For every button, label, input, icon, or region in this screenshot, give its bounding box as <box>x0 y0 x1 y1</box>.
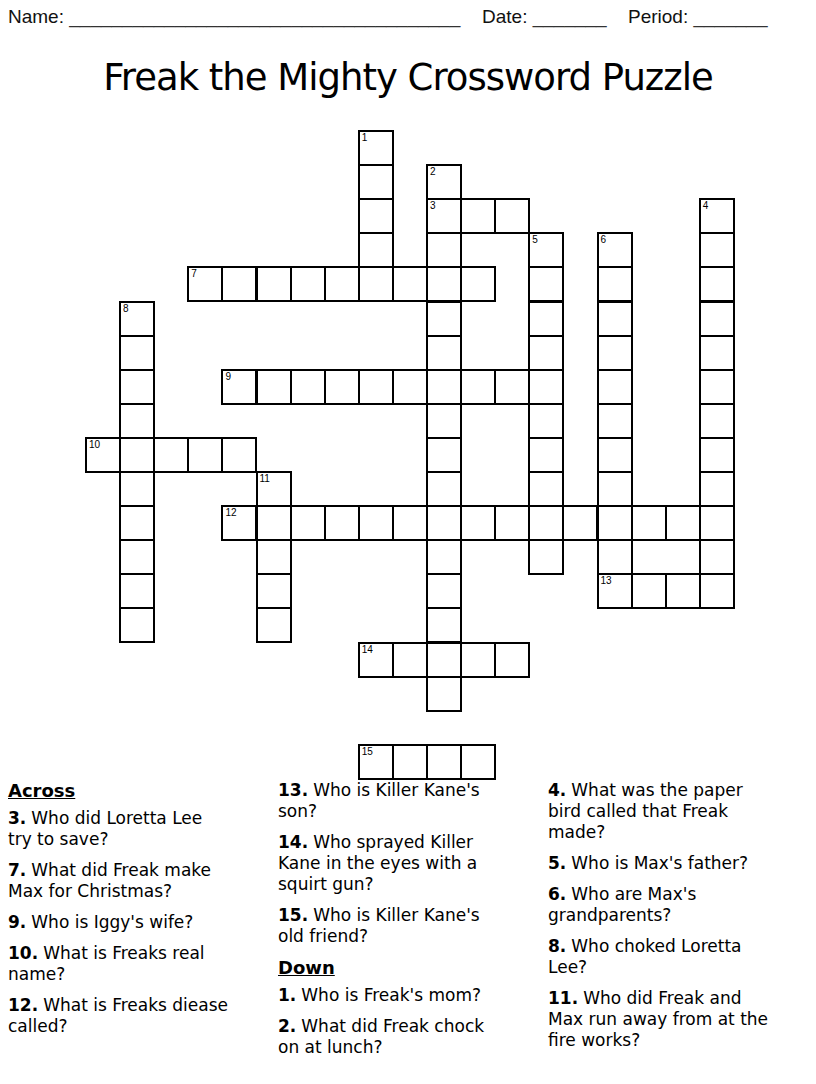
clue-number: 7. <box>8 860 26 880</box>
cell-number: 6 <box>601 234 607 246</box>
grid-cell-r10c5[interactable]: 11 <box>256 471 292 507</box>
clue-number: 9. <box>8 912 26 932</box>
clue-text: What did Freak make Max for Christmas? <box>8 860 211 901</box>
grid-cell-r14c1[interactable] <box>119 607 155 643</box>
cell-number: 15 <box>362 746 373 758</box>
grid-cell-r5c1[interactable]: 8 <box>119 301 155 337</box>
grid-cell-r9c2[interactable] <box>153 437 189 473</box>
grid-cell-r16c10[interactable] <box>426 676 462 712</box>
grid-cell-r4c3[interactable]: 7 <box>187 266 223 302</box>
grid-cell-r3c15[interactable]: 6 <box>597 232 633 268</box>
grid-cell-r7c9[interactable] <box>392 369 428 405</box>
grid-cell-r10c1[interactable] <box>119 471 155 507</box>
grid-cell-r12c15[interactable] <box>597 539 633 575</box>
grid-cell-r11c17[interactable] <box>665 505 701 541</box>
grid-cell-r9c0[interactable]: 10 <box>85 437 121 473</box>
clue-text: Who is Iggy's wife? <box>31 912 193 932</box>
cell-number: 3 <box>430 200 436 212</box>
cell-number: 14 <box>362 644 373 656</box>
clue-number: 3. <box>8 808 26 828</box>
cell-number: 4 <box>703 200 709 212</box>
clue-12: 12.What is Freaks diease called? <box>8 995 268 1037</box>
grid-cell-r2c8[interactable] <box>358 198 394 234</box>
grid-cell-r7c8[interactable] <box>358 369 394 405</box>
grid-cell-r15c9[interactable] <box>392 642 428 678</box>
grid-cell-r6c13[interactable] <box>528 335 564 371</box>
grid-cell-r11c6[interactable] <box>290 505 326 541</box>
clue-6: 6.Who are Max's grandparents? <box>548 884 812 926</box>
grid-cell-r7c15[interactable] <box>597 369 633 405</box>
grid-cell-r11c18[interactable] <box>699 505 735 541</box>
period-field: Period: _______ <box>628 6 767 28</box>
grid-cell-r11c7[interactable] <box>324 505 360 541</box>
grid-cell-r6c15[interactable] <box>597 335 633 371</box>
grid-cell-r3c10[interactable] <box>426 232 462 268</box>
grid-cell-r3c13[interactable]: 5 <box>528 232 564 268</box>
clue-8: 8.Who choked Loretta Lee? <box>548 936 812 978</box>
grid-cell-r5c10[interactable] <box>426 301 462 337</box>
clue-number: 5. <box>548 853 566 873</box>
clue-number: 2. <box>278 1016 296 1036</box>
clue-number: 6. <box>548 884 566 904</box>
cell-number: 7 <box>191 268 197 280</box>
grid-cell-r2c18[interactable]: 4 <box>699 198 735 234</box>
clue-text: Who is Killer Kane's old friend? <box>278 905 480 946</box>
grid-cell-r8c1[interactable] <box>119 403 155 439</box>
grid-cell-r18c10[interactable] <box>426 744 462 780</box>
down-heading: Down <box>278 957 540 978</box>
grid-cell-r8c13[interactable] <box>528 403 564 439</box>
grid-cell-r2c11[interactable] <box>460 198 496 234</box>
grid-cell-r9c4[interactable] <box>221 437 257 473</box>
grid-cell-r14c10[interactable] <box>426 607 462 643</box>
clue-text: Who is Freak's mom? <box>301 985 481 1005</box>
date-blank-line[interactable]: _______ <box>533 6 607 27</box>
name-blank-line[interactable]: _____________________________________ <box>69 6 460 27</box>
grid-cell-r14c5[interactable] <box>256 607 292 643</box>
grid-cell-r13c17[interactable] <box>665 573 701 609</box>
grid-cell-r11c13[interactable] <box>528 505 564 541</box>
clue-number: 12. <box>8 995 38 1015</box>
grid-cell-r4c4[interactable] <box>221 266 257 302</box>
clue-number: 1. <box>278 985 296 1005</box>
grid-cell-r3c18[interactable] <box>699 232 735 268</box>
cell-number: 11 <box>260 473 270 485</box>
grid-cell-r0c8[interactable]: 1 <box>358 130 394 166</box>
grid-cell-r1c10[interactable]: 2 <box>426 164 462 200</box>
grid-cell-r11c1[interactable] <box>119 505 155 541</box>
grid-cell-r18c9[interactable] <box>392 744 428 780</box>
clue-text: Who is Killer Kane's son? <box>278 780 480 821</box>
grid-cell-r7c6[interactable] <box>290 369 326 405</box>
grid-cell-r13c15[interactable]: 13 <box>597 573 633 609</box>
grid-cell-r4c15[interactable] <box>597 266 633 302</box>
grid-cell-r6c1[interactable] <box>119 335 155 371</box>
grid-cell-r5c18[interactable] <box>699 301 735 337</box>
grid-cell-r11c8[interactable] <box>358 505 394 541</box>
cell-number: 10 <box>89 439 100 451</box>
across-heading: Across <box>8 780 268 801</box>
clue-11: 11.Who did Freak and Max run away from a… <box>548 988 812 1051</box>
grid-cell-r18c8[interactable]: 15 <box>358 744 394 780</box>
grid-cell-r11c14[interactable] <box>562 505 598 541</box>
clue-text: Who are Max's grandparents? <box>548 884 696 925</box>
clue-column-1: Across3.Who did Loretta Lee try to save?… <box>8 780 268 1047</box>
grid-cell-r12c5[interactable] <box>256 539 292 575</box>
grid-cell-r7c12[interactable] <box>494 369 530 405</box>
grid-cell-r4c6[interactable] <box>290 266 326 302</box>
grid-cell-r2c10[interactable]: 3 <box>426 198 462 234</box>
clue-4: 4.What was the paper bird called that Fr… <box>548 780 812 843</box>
grid-cell-r4c5[interactable] <box>256 266 292 302</box>
clue-5: 5.Who is Max's father? <box>548 853 812 874</box>
grid-cell-r12c1[interactable] <box>119 539 155 575</box>
grid-cell-r8c15[interactable] <box>597 403 633 439</box>
grid-cell-r4c7[interactable] <box>324 266 360 302</box>
clue-text: What did Freak chock on at lunch? <box>278 1016 484 1057</box>
clue-7: 7.What did Freak make Max for Christmas? <box>8 860 268 902</box>
grid-cell-r11c9[interactable] <box>392 505 428 541</box>
clue-text: Who choked Loretta Lee? <box>548 936 742 977</box>
page-title: Freak the Mighty Crossword Puzzle <box>0 56 816 99</box>
grid-cell-r4c13[interactable] <box>528 266 564 302</box>
grid-cell-r7c18[interactable] <box>699 369 735 405</box>
grid-cell-r11c4[interactable]: 12 <box>221 505 257 541</box>
grid-cell-r4c11[interactable] <box>460 266 496 302</box>
grid-cell-r4c9[interactable] <box>392 266 428 302</box>
cell-number: 5 <box>532 234 538 246</box>
grid-cell-r7c4[interactable]: 9 <box>221 369 257 405</box>
grid-cell-r13c10[interactable] <box>426 573 462 609</box>
grid-cell-r7c11[interactable] <box>460 369 496 405</box>
grid-cell-r10c18[interactable] <box>699 471 735 507</box>
clue-number: 8. <box>548 936 566 956</box>
grid-cell-r11c12[interactable] <box>494 505 530 541</box>
period-blank-line[interactable]: _______ <box>693 6 767 27</box>
grid-cell-r11c15[interactable] <box>597 505 633 541</box>
grid-cell-r6c10[interactable] <box>426 335 462 371</box>
grid-cell-r15c8[interactable]: 14 <box>358 642 394 678</box>
grid-cell-r13c5[interactable] <box>256 573 292 609</box>
date-label: Date: <box>482 6 527 27</box>
grid-cell-r12c13[interactable] <box>528 539 564 575</box>
grid-cell-r7c13[interactable] <box>528 369 564 405</box>
grid-cell-r8c18[interactable] <box>699 403 735 439</box>
grid-cell-r10c15[interactable] <box>597 471 633 507</box>
grid-cell-r11c5[interactable] <box>256 505 292 541</box>
clue-2: 2.What did Freak chock on at lunch? <box>278 1016 540 1058</box>
grid-cell-r7c1[interactable] <box>119 369 155 405</box>
grid-cell-r2c12[interactable] <box>494 198 530 234</box>
grid-cell-r12c18[interactable] <box>699 539 735 575</box>
grid-cell-r12c10[interactable] <box>426 539 462 575</box>
clue-3: 3.Who did Loretta Lee try to save? <box>8 808 268 850</box>
cell-number: 9 <box>225 371 231 383</box>
grid-cell-r1c8[interactable] <box>358 164 394 200</box>
clue-15: 15.Who is Killer Kane's old friend? <box>278 905 540 947</box>
grid-cell-r11c11[interactable] <box>460 505 496 541</box>
clue-14: 14.Who sprayed Killer Kane in the eyes w… <box>278 832 540 895</box>
clue-text: Who did Loretta Lee try to save? <box>8 808 202 849</box>
date-field: Date: _______ <box>482 6 607 28</box>
cell-number: 13 <box>601 575 612 587</box>
clue-13: 13.Who is Killer Kane's son? <box>278 780 540 822</box>
grid-cell-r13c18[interactable] <box>699 573 735 609</box>
grid-cell-r9c13[interactable] <box>528 437 564 473</box>
grid-cell-r3c8[interactable] <box>358 232 394 268</box>
clue-number: 4. <box>548 780 566 800</box>
period-label: Period: <box>628 6 688 27</box>
grid-cell-r15c12[interactable] <box>494 642 530 678</box>
grid-cell-r13c1[interactable] <box>119 573 155 609</box>
clue-column-3: 4.What was the paper bird called that Fr… <box>548 780 812 1061</box>
name-label: Name: <box>8 6 64 27</box>
grid-cell-r9c1[interactable] <box>119 437 155 473</box>
grid-cell-r7c10[interactable] <box>426 369 462 405</box>
grid-cell-r9c18[interactable] <box>699 437 735 473</box>
clue-text: What was the paper bird called that Frea… <box>548 780 743 842</box>
crossword-grid: 123456789101112131415 <box>85 130 735 780</box>
clue-column-2: 13.Who is Killer Kane's son?14.Who spray… <box>278 780 540 1068</box>
clue-number: 15. <box>278 905 308 925</box>
clue-number: 10. <box>8 943 38 963</box>
worksheet-page: Name: __________________________________… <box>0 0 816 1084</box>
grid-cell-r4c18[interactable] <box>699 266 735 302</box>
grid-cell-r13c16[interactable] <box>631 573 667 609</box>
clue-text: Who is Max's father? <box>571 853 748 873</box>
clue-text: What is Freaks diease called? <box>8 995 228 1036</box>
grid-cell-r6c18[interactable] <box>699 335 735 371</box>
cell-number: 2 <box>430 166 436 178</box>
clue-number: 14. <box>278 832 308 852</box>
grid-cell-r11c16[interactable] <box>631 505 667 541</box>
grid-cell-r10c13[interactable] <box>528 471 564 507</box>
name-field: Name: __________________________________… <box>8 6 460 28</box>
clue-1: 1.Who is Freak's mom? <box>278 985 540 1006</box>
grid-cell-r9c15[interactable] <box>597 437 633 473</box>
clue-number: 11. <box>548 988 578 1008</box>
grid-cell-r10c10[interactable] <box>426 471 462 507</box>
grid-cell-r4c10[interactable] <box>426 266 462 302</box>
clue-9: 9.Who is Iggy's wife? <box>8 912 268 933</box>
grid-cell-r15c10[interactable] <box>426 642 462 678</box>
grid-cell-r7c5[interactable] <box>256 369 292 405</box>
cell-number: 8 <box>123 303 129 315</box>
grid-cell-r8c10[interactable] <box>426 403 462 439</box>
grid-cell-r18c11[interactable] <box>460 744 496 780</box>
grid-cell-r7c7[interactable] <box>324 369 360 405</box>
grid-cell-r5c15[interactable] <box>597 301 633 337</box>
grid-cell-r4c8[interactable] <box>358 266 394 302</box>
grid-cell-r5c13[interactable] <box>528 301 564 337</box>
grid-cell-r9c10[interactable] <box>426 437 462 473</box>
cell-number: 1 <box>362 132 368 144</box>
cell-number: 12 <box>225 507 236 519</box>
grid-cell-r11c10[interactable] <box>426 505 462 541</box>
grid-cell-r9c3[interactable] <box>187 437 223 473</box>
clue-number: 13. <box>278 780 308 800</box>
clue-text: Who did Freak and Max run away from at t… <box>548 988 768 1050</box>
clue-10: 10.What is Freaks real name? <box>8 943 268 985</box>
grid-cell-r15c11[interactable] <box>460 642 496 678</box>
